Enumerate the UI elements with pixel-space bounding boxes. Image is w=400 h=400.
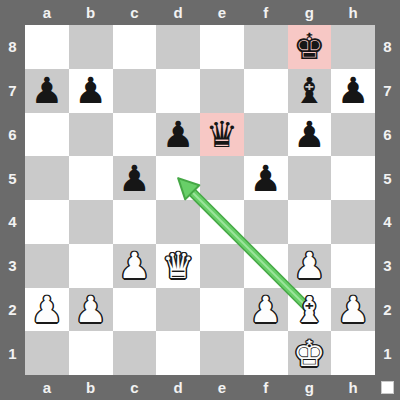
- pieces-layer: ♚♟♟♝♟♟♛♟♟♟♟♛♟♟♟♟♝♟♚: [25, 25, 375, 375]
- rank-label-right-5: 5: [375, 156, 400, 200]
- piece-black-pawn-g6[interactable]: ♟: [288, 113, 332, 157]
- file-label-bottom-g: g: [288, 375, 332, 400]
- rank-label-left-2: 2: [0, 288, 25, 332]
- rank-label-right-3: 3: [375, 244, 400, 288]
- rank-label-left-3: 3: [0, 244, 25, 288]
- piece-white-pawn-g3[interactable]: ♟: [288, 244, 332, 288]
- piece-white-pawn-c3[interactable]: ♟: [113, 244, 157, 288]
- rank-label-right-7: 7: [375, 69, 400, 113]
- piece-black-king-g8[interactable]: ♚: [288, 25, 332, 69]
- file-label-top-g: g: [288, 0, 332, 25]
- rank-labels-right: 87654321: [375, 25, 400, 375]
- file-label-top-a: a: [25, 0, 69, 25]
- piece-white-pawn-a2[interactable]: ♟: [25, 288, 69, 332]
- file-labels-top: abcdefgh: [25, 0, 375, 25]
- file-labels-bottom: abcdefgh: [25, 375, 375, 400]
- file-label-top-f: f: [244, 0, 288, 25]
- piece-white-queen-d3[interactable]: ♛: [156, 244, 200, 288]
- piece-black-pawn-h7[interactable]: ♟: [331, 69, 375, 113]
- file-label-bottom-d: d: [156, 375, 200, 400]
- file-label-bottom-h: h: [331, 375, 375, 400]
- rank-label-left-7: 7: [0, 69, 25, 113]
- piece-black-pawn-c5[interactable]: ♟: [113, 156, 157, 200]
- file-label-bottom-b: b: [69, 375, 113, 400]
- white-to-move-indicator: [381, 381, 394, 394]
- file-label-top-c: c: [113, 0, 157, 25]
- piece-black-bishop-g7[interactable]: ♝: [288, 69, 332, 113]
- file-label-top-d: d: [156, 0, 200, 25]
- rank-label-left-4: 4: [0, 200, 25, 244]
- piece-black-pawn-a7[interactable]: ♟: [25, 69, 69, 113]
- rank-label-left-5: 5: [0, 156, 25, 200]
- file-label-bottom-c: c: [113, 375, 157, 400]
- piece-black-pawn-f5[interactable]: ♟: [244, 156, 288, 200]
- piece-white-bishop-g2[interactable]: ♝: [288, 288, 332, 332]
- chess-board-frame: ♚♟♟♝♟♟♛♟♟♟♟♛♟♟♟♟♝♟♚ abcdefgh abcdefgh 87…: [0, 0, 400, 400]
- piece-black-pawn-d6[interactable]: ♟: [156, 113, 200, 157]
- rank-labels-left: 87654321: [0, 25, 25, 375]
- file-label-bottom-e: e: [200, 375, 244, 400]
- file-label-bottom-f: f: [244, 375, 288, 400]
- rank-label-left-1: 1: [0, 331, 25, 375]
- rank-label-right-6: 6: [375, 113, 400, 157]
- piece-white-pawn-b2[interactable]: ♟: [69, 288, 113, 332]
- rank-label-left-8: 8: [0, 25, 25, 69]
- rank-label-right-2: 2: [375, 288, 400, 332]
- rank-label-left-6: 6: [0, 113, 25, 157]
- piece-white-pawn-f2[interactable]: ♟: [244, 288, 288, 332]
- file-label-top-b: b: [69, 0, 113, 25]
- piece-white-pawn-h2[interactable]: ♟: [331, 288, 375, 332]
- file-label-top-h: h: [331, 0, 375, 25]
- file-label-top-e: e: [200, 0, 244, 25]
- piece-black-pawn-b7[interactable]: ♟: [69, 69, 113, 113]
- rank-label-right-1: 1: [375, 331, 400, 375]
- rank-label-right-8: 8: [375, 25, 400, 69]
- piece-white-king-g1[interactable]: ♚: [288, 331, 332, 375]
- piece-black-queen-e6[interactable]: ♛: [200, 113, 244, 157]
- file-label-bottom-a: a: [25, 375, 69, 400]
- rank-label-right-4: 4: [375, 200, 400, 244]
